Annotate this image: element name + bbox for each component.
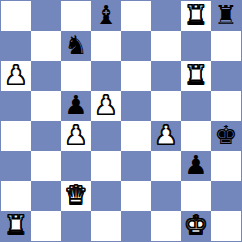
square-e1[interactable] — [121, 211, 151, 241]
piece-black-pawn: ♟ — [64, 91, 87, 120]
piece-black-pawn: ♟ — [184, 151, 207, 180]
square-g2[interactable] — [181, 181, 211, 211]
square-h4[interactable]: ♚ — [211, 121, 241, 151]
square-d8[interactable]: ♝ — [91, 1, 121, 31]
square-c1[interactable] — [61, 211, 91, 241]
square-f6[interactable] — [151, 61, 181, 91]
square-g7[interactable] — [181, 31, 211, 61]
piece-white-pawn: ♟ — [64, 121, 87, 150]
square-b2[interactable] — [31, 181, 61, 211]
square-e8[interactable] — [121, 1, 151, 31]
square-a8[interactable] — [1, 1, 31, 31]
square-g1[interactable]: ♚ — [181, 211, 211, 241]
square-e7[interactable] — [121, 31, 151, 61]
square-g5[interactable] — [181, 91, 211, 121]
square-e4[interactable] — [121, 121, 151, 151]
square-d2[interactable] — [91, 181, 121, 211]
square-f5[interactable] — [151, 91, 181, 121]
square-f2[interactable] — [151, 181, 181, 211]
square-g4[interactable] — [181, 121, 211, 151]
square-a7[interactable] — [1, 31, 31, 61]
square-h1[interactable] — [211, 211, 241, 241]
piece-white-pawn: ♟ — [154, 121, 177, 150]
square-d1[interactable] — [91, 211, 121, 241]
square-c7[interactable]: ♞ — [61, 31, 91, 61]
piece-black-rook: ♜ — [214, 1, 237, 30]
square-b1[interactable] — [31, 211, 61, 241]
square-b4[interactable] — [31, 121, 61, 151]
chess-board: ♝♜♜♞♟♜♟♟♟♟♚♟♛♜♚ — [0, 0, 242, 242]
piece-white-king: ♚ — [184, 211, 207, 240]
square-h8[interactable]: ♜ — [211, 1, 241, 31]
square-h2[interactable] — [211, 181, 241, 211]
square-g6[interactable]: ♜ — [181, 61, 211, 91]
square-c5[interactable]: ♟ — [61, 91, 91, 121]
square-b7[interactable] — [31, 31, 61, 61]
square-d6[interactable] — [91, 61, 121, 91]
piece-white-rook: ♜ — [184, 1, 207, 30]
square-e3[interactable] — [121, 151, 151, 181]
square-d4[interactable] — [91, 121, 121, 151]
square-b5[interactable] — [31, 91, 61, 121]
square-a6[interactable]: ♟ — [1, 61, 31, 91]
square-a1[interactable]: ♜ — [1, 211, 31, 241]
square-h5[interactable] — [211, 91, 241, 121]
square-f8[interactable] — [151, 1, 181, 31]
square-f7[interactable] — [151, 31, 181, 61]
square-h6[interactable] — [211, 61, 241, 91]
square-c3[interactable] — [61, 151, 91, 181]
piece-white-queen: ♛ — [64, 181, 87, 210]
square-c8[interactable] — [61, 1, 91, 31]
square-a3[interactable] — [1, 151, 31, 181]
square-c6[interactable] — [61, 61, 91, 91]
piece-black-knight: ♞ — [64, 31, 87, 60]
square-c4[interactable]: ♟ — [61, 121, 91, 151]
square-b3[interactable] — [31, 151, 61, 181]
square-b8[interactable] — [31, 1, 61, 31]
square-d5[interactable]: ♟ — [91, 91, 121, 121]
square-g3[interactable]: ♟ — [181, 151, 211, 181]
piece-black-bishop: ♝ — [94, 1, 117, 30]
square-f3[interactable] — [151, 151, 181, 181]
square-e6[interactable] — [121, 61, 151, 91]
square-d7[interactable] — [91, 31, 121, 61]
square-a2[interactable] — [1, 181, 31, 211]
square-f4[interactable]: ♟ — [151, 121, 181, 151]
square-c2[interactable]: ♛ — [61, 181, 91, 211]
square-a5[interactable] — [1, 91, 31, 121]
piece-white-pawn: ♟ — [94, 91, 117, 120]
square-d3[interactable] — [91, 151, 121, 181]
square-h3[interactable] — [211, 151, 241, 181]
square-a4[interactable] — [1, 121, 31, 151]
piece-white-pawn: ♟ — [4, 61, 27, 90]
piece-white-rook: ♜ — [4, 211, 27, 240]
square-e2[interactable] — [121, 181, 151, 211]
square-g8[interactable]: ♜ — [181, 1, 211, 31]
square-b6[interactable] — [31, 61, 61, 91]
piece-white-rook: ♜ — [184, 61, 207, 90]
square-h7[interactable] — [211, 31, 241, 61]
square-e5[interactable] — [121, 91, 151, 121]
square-f1[interactable] — [151, 211, 181, 241]
piece-black-king: ♚ — [214, 121, 237, 150]
